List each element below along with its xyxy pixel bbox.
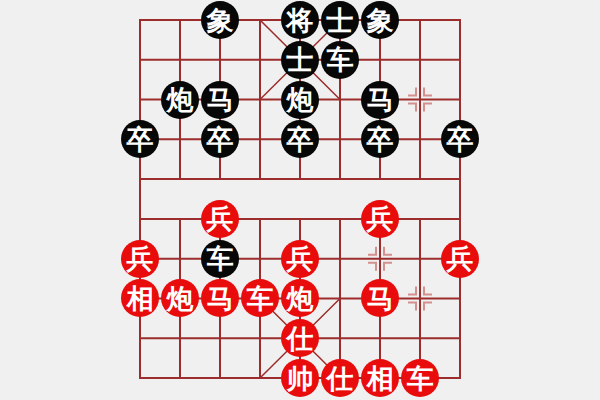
red-elephant[interactable]: 相 bbox=[121, 279, 159, 317]
red-soldier[interactable]: 兵 bbox=[201, 200, 239, 238]
black-general[interactable]: 将 bbox=[281, 1, 319, 39]
red-horse[interactable]: 马 bbox=[201, 279, 239, 317]
red-horse[interactable]: 马 bbox=[361, 279, 399, 317]
black-cannon[interactable]: 炮 bbox=[161, 81, 199, 119]
black-chariot[interactable]: 车 bbox=[201, 240, 239, 278]
black-soldier[interactable]: 卒 bbox=[281, 120, 319, 158]
black-chariot[interactable]: 车 bbox=[321, 41, 359, 79]
red-general[interactable]: 帅 bbox=[281, 359, 319, 397]
red-chariot[interactable]: 车 bbox=[401, 359, 439, 397]
black-elephant[interactable]: 象 bbox=[201, 1, 239, 39]
red-soldier[interactable]: 兵 bbox=[441, 240, 479, 278]
pieces-layer: 象将士象士车炮马炮马卒卒卒卒卒车兵兵兵兵兵相炮马车炮马仕帅仕相车 bbox=[0, 0, 600, 400]
red-soldier[interactable]: 兵 bbox=[361, 200, 399, 238]
red-advisor[interactable]: 仕 bbox=[321, 359, 359, 397]
red-cannon[interactable]: 炮 bbox=[161, 279, 199, 317]
black-cannon[interactable]: 炮 bbox=[281, 81, 319, 119]
red-soldier[interactable]: 兵 bbox=[281, 240, 319, 278]
black-soldier[interactable]: 卒 bbox=[441, 120, 479, 158]
red-advisor[interactable]: 仕 bbox=[281, 319, 319, 357]
red-chariot[interactable]: 车 bbox=[241, 279, 279, 317]
black-elephant[interactable]: 象 bbox=[361, 1, 399, 39]
xiangqi-app-stage: 象将士象士车炮马炮马卒卒卒卒卒车兵兵兵兵兵相炮马车炮马仕帅仕相车 bbox=[0, 0, 600, 400]
black-horse[interactable]: 马 bbox=[201, 81, 239, 119]
red-soldier[interactable]: 兵 bbox=[121, 240, 159, 278]
black-advisor[interactable]: 士 bbox=[281, 41, 319, 79]
red-cannon[interactable]: 炮 bbox=[281, 279, 319, 317]
black-soldier[interactable]: 卒 bbox=[201, 120, 239, 158]
red-elephant[interactable]: 相 bbox=[361, 359, 399, 397]
black-advisor[interactable]: 士 bbox=[321, 1, 359, 39]
black-horse[interactable]: 马 bbox=[361, 81, 399, 119]
black-soldier[interactable]: 卒 bbox=[121, 120, 159, 158]
black-soldier[interactable]: 卒 bbox=[361, 120, 399, 158]
